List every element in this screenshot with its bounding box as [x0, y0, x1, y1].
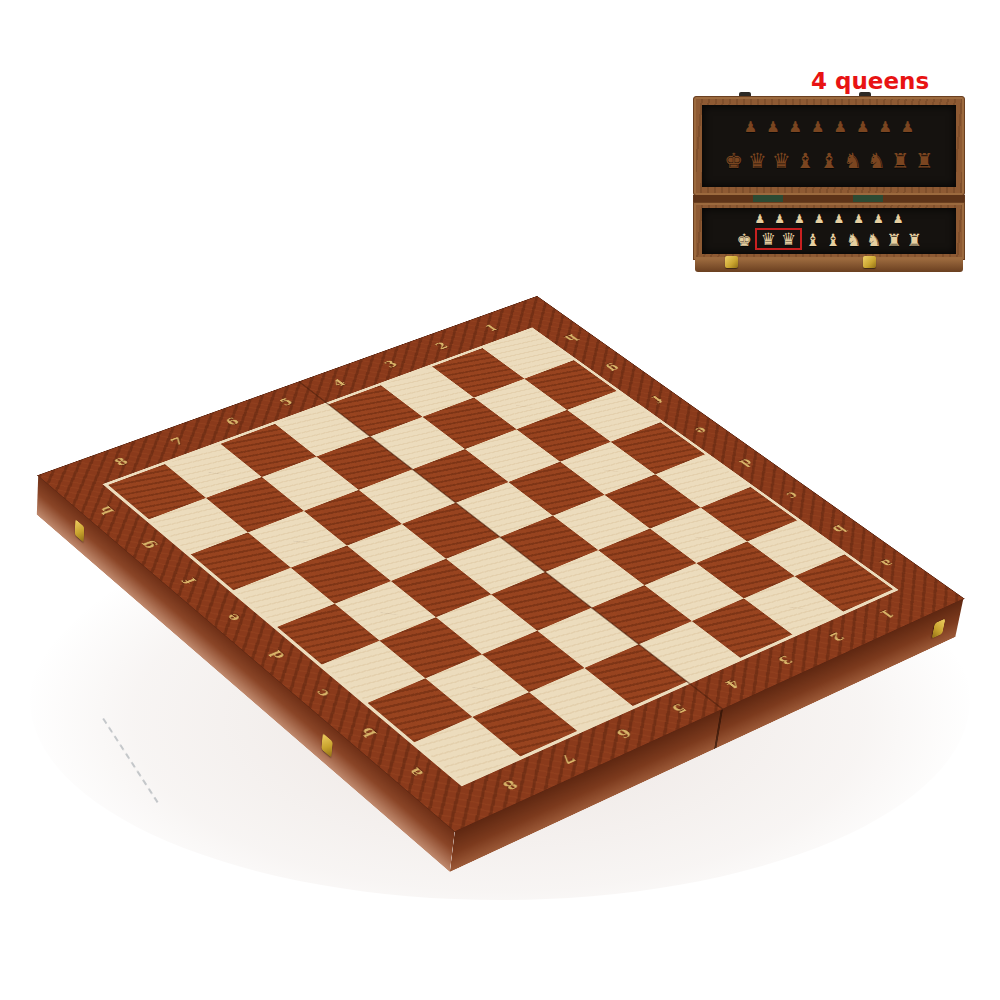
- brass-clasp-icon: [932, 618, 946, 638]
- black-pawn-glyph: ♟: [355, 592, 410, 618]
- square-c4: [545, 550, 644, 608]
- square-d5: [446, 537, 545, 594]
- white-bishop-glyph: ♝: [529, 358, 607, 393]
- white-pawn-glyph: ♟: [764, 587, 815, 612]
- dark-tray-pawn: ♟: [744, 120, 757, 135]
- black-rook-glyph: ♜: [117, 466, 193, 499]
- square-g8: ♞: [149, 498, 248, 554]
- square-c5: [491, 572, 591, 631]
- brass-clasp-icon: [863, 256, 876, 268]
- square-d7: ♟: [335, 581, 436, 641]
- base-felt-tray: ♟♟♟♟♟♟♟♟ ♚♛♛♝♝♞♞♜♜: [702, 208, 956, 254]
- light-tray-queen: ♛: [781, 231, 796, 248]
- square-e7: ♟: [291, 546, 391, 604]
- light-tray-bishop: ♝: [825, 232, 840, 249]
- brass-clasp-icon: [321, 733, 332, 757]
- light-tray-pawn: ♟: [853, 213, 864, 225]
- dark-tray-pawn: ♟: [766, 120, 779, 135]
- extra-queens-highlight: ♛♛: [755, 228, 803, 250]
- dark-tray-pawn: ♟: [834, 120, 847, 135]
- base-pawn-row: ♟♟♟♟♟♟♟♟: [702, 213, 956, 225]
- square-a3: [692, 598, 792, 657]
- light-tray-pawn: ♟: [774, 213, 785, 225]
- light-tray-pawn: ♟: [814, 213, 825, 225]
- dark-tray-queen: ♛: [748, 151, 767, 172]
- black-king-glyph: ♚: [225, 554, 341, 607]
- dark-tray-pawn: ♟: [878, 120, 891, 135]
- light-tray-bishop: ♝: [805, 232, 820, 249]
- dark-tray-pawn: ♟: [901, 120, 914, 135]
- dark-tray-pawn: ♟: [856, 120, 869, 135]
- black-rook-glyph: ♜: [425, 720, 503, 759]
- light-tray-pawn: ♟: [834, 213, 845, 225]
- square-b5: [537, 608, 638, 668]
- light-tray-pawn: ♟: [893, 213, 904, 225]
- square-e6: [347, 524, 446, 581]
- brass-clasp-icon: [725, 256, 738, 268]
- square-a2: ♟: [744, 576, 843, 634]
- black-pawn-glyph: ♟: [493, 704, 548, 731]
- dark-tray-knight: ♞: [843, 151, 862, 172]
- product-photo: hgfedcba hgfedcba 12345678 12345678 ♜♝♞♛…: [0, 0, 1000, 1000]
- square-d6: [391, 559, 491, 617]
- white-knight-glyph: ♞: [754, 519, 830, 556]
- lid-pawn-row: ♟♟♟♟♟♟♟♟: [702, 120, 956, 135]
- dark-tray-knight: ♞: [867, 151, 886, 172]
- dark-tray-king: ♚: [724, 151, 743, 172]
- light-tray-pawn: ♟: [754, 213, 765, 225]
- lid-piece-row: ♚♛♛♝♝♞♞♜♜: [702, 151, 956, 172]
- dark-tray-bishop: ♝: [796, 151, 815, 172]
- light-tray-queen: ♛: [761, 231, 776, 248]
- dark-tray-rook: ♜: [891, 151, 910, 172]
- light-tray-pawn: ♟: [794, 213, 805, 225]
- square-d8: ♛: [277, 604, 379, 665]
- white-pawn-glyph: ♟: [493, 388, 542, 410]
- box-front-face: [695, 259, 963, 272]
- white-pawn-glyph: ♟: [535, 419, 584, 442]
- square-a4: [639, 621, 741, 682]
- storage-box-inset: 4 queens ♟♟♟♟♟♟♟♟ ♚♛♛♝♝♞♞♜♜ ♟♟♟♟♟♟♟♟ ♚♛♛…: [693, 96, 965, 274]
- light-tray-rook: ♜: [886, 232, 901, 249]
- square-b3: [644, 563, 743, 621]
- fold-seam-notch: [714, 709, 723, 750]
- light-tray-king: ♚: [736, 232, 751, 249]
- white-bishop-glyph: ♝: [706, 484, 785, 522]
- light-tray-knight: ♞: [866, 232, 881, 249]
- light-tray-knight: ♞: [846, 232, 861, 249]
- black-knight-glyph: ♞: [155, 497, 239, 534]
- black-pawn-glyph: ♟: [446, 666, 501, 693]
- square-a7: ♟: [472, 692, 577, 756]
- white-pawn-glyph: ♟: [624, 484, 674, 508]
- box-lid: ♟♟♟♟♟♟♟♟ ♚♛♛♝♝♞♞♜♜: [693, 96, 965, 196]
- white-rook-glyph: ♜: [805, 556, 875, 590]
- white-pawn-glyph: ♟: [716, 552, 766, 577]
- square-c7: ♟: [380, 617, 482, 678]
- square-c6: [436, 594, 537, 654]
- dark-tray-queen: ♛: [772, 151, 791, 172]
- square-a6: [529, 668, 633, 731]
- black-bishop-glyph: ♝: [326, 638, 416, 681]
- dark-tray-pawn: ♟: [811, 120, 824, 135]
- light-tray-pawn: ♟: [873, 213, 884, 225]
- box-base: ♟♟♟♟♟♟♟♟ ♚♛♛♝♝♞♞♜♜: [693, 202, 965, 260]
- black-queen-glyph: ♛: [274, 595, 379, 644]
- square-b6: [482, 631, 585, 692]
- brass-clasp-icon: [75, 519, 84, 542]
- square-b7: ♟: [425, 654, 529, 717]
- base-piece-row: ♚♛♛♝♝♞♞♜♜: [702, 231, 956, 249]
- dark-tray-pawn: ♟: [789, 120, 802, 135]
- four-queens-label: 4 queens: [811, 68, 971, 94]
- square-c8: ♝: [322, 641, 426, 703]
- dark-tray-rook: ♜: [915, 151, 934, 172]
- square-a8: ♜: [414, 717, 520, 783]
- square-b8: ♞: [368, 678, 473, 742]
- lid-felt-tray: ♟♟♟♟♟♟♟♟ ♚♛♛♝♝♞♞♜♜: [702, 105, 956, 187]
- square-a5: [584, 644, 687, 706]
- dark-tray-bishop: ♝: [820, 151, 839, 172]
- light-tray-rook: ♜: [906, 232, 921, 249]
- square-e8: ♚: [233, 568, 334, 627]
- white-pawn-glyph: ♟: [670, 518, 720, 542]
- black-pawn-glyph: ♟: [400, 628, 455, 654]
- white-pawn-glyph: ♟: [451, 357, 500, 379]
- black-knight-glyph: ♞: [374, 677, 460, 719]
- square-b4: [591, 585, 691, 644]
- white-pawn-glyph: ♟: [579, 451, 629, 474]
